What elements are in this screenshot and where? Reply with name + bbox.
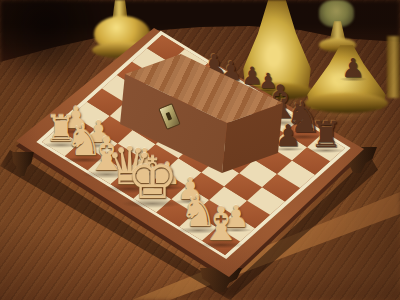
box-latch-keyhole xyxy=(165,112,172,121)
chess-piece-white-king: ♚ xyxy=(126,149,178,207)
chess-piece-black-pawn: ♟ xyxy=(341,55,364,81)
chess-set-photo: ♜♞♝♛♚♞♝♟♟♟♟♟♟♝♞♜♟♟♟♟♟♟ xyxy=(0,0,400,300)
chess-piece-black-rook: ♜ xyxy=(310,117,342,153)
chess-piece-white-bishop: ♝ xyxy=(200,202,241,248)
